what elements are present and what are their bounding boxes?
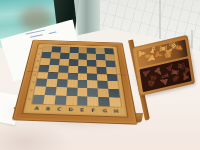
rank-label: 7 xyxy=(36,54,42,56)
file-label: G xyxy=(99,106,111,116)
rank-label: 4 xyxy=(31,73,38,76)
file-label: C xyxy=(53,104,65,114)
square-f1 xyxy=(88,97,99,106)
file-label: F xyxy=(88,106,100,116)
photo-scene: ABCDEFGH 87654321 ♟♞♝♟♜♟♛♞♟♚ ♟♞♟♝♟♜♛♟♚♟♞… xyxy=(0,0,200,150)
rank-label: 6 xyxy=(35,60,41,63)
rank-label: 1 xyxy=(26,97,33,101)
chessboard: ABCDEFGH 87654321 xyxy=(22,14,131,136)
file-labels: ABCDEFGH xyxy=(30,104,122,117)
rank-label: 3 xyxy=(30,81,37,84)
square-d1 xyxy=(65,96,76,105)
chess-grid xyxy=(32,46,121,107)
square-c1 xyxy=(54,96,66,105)
square-e1 xyxy=(77,96,88,105)
file-label: H xyxy=(110,106,122,116)
file-label: E xyxy=(76,105,88,115)
rank-label: 2 xyxy=(28,89,35,92)
file-label: D xyxy=(65,105,77,115)
board-surface: ABCDEFGH 87654321 xyxy=(12,40,138,125)
board-frame: ABCDEFGH 87654321 xyxy=(12,40,138,125)
rank-label: 8 xyxy=(37,48,43,50)
piece-glyph: ♚ xyxy=(145,78,156,89)
board-margin: ABCDEFGH 87654321 xyxy=(23,44,127,117)
rank-label: 5 xyxy=(33,66,39,69)
square-h1 xyxy=(109,97,121,106)
piece-glyph: ♟ xyxy=(157,76,169,88)
